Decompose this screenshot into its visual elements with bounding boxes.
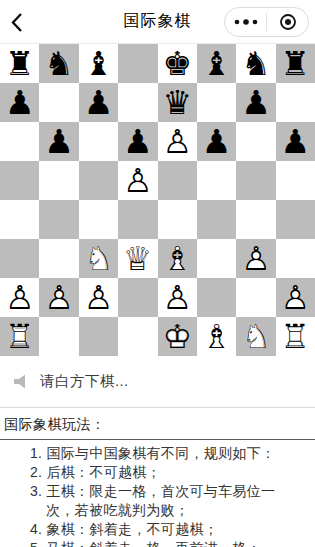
square-h1[interactable]: ♜♖	[276, 317, 315, 356]
square-a2[interactable]: ♟♙	[0, 278, 39, 317]
square-f3[interactable]	[197, 239, 236, 278]
piece-black-queen: ♛	[162, 86, 192, 119]
square-c3[interactable]: ♞♘	[79, 239, 118, 278]
ellipsis-icon	[233, 18, 259, 26]
piece-black-pawn: ♟	[44, 125, 74, 158]
piece-white-pawn: ♟♙	[162, 281, 192, 314]
piece-black-pawn: ♟	[202, 125, 232, 158]
square-f1[interactable]: ♝♗	[197, 317, 236, 356]
piece-black-pawn: ♟	[241, 86, 271, 119]
square-b7[interactable]	[39, 83, 78, 122]
square-h6[interactable]: ♟	[276, 122, 315, 161]
square-e8[interactable]: ♚	[158, 44, 197, 83]
square-c2[interactable]: ♟♙	[79, 278, 118, 317]
square-e5[interactable]	[158, 161, 197, 200]
piece-white-bishop: ♝♗	[202, 320, 232, 353]
square-b1[interactable]	[39, 317, 78, 356]
piece-black-bishop: ♝	[202, 47, 232, 80]
square-f4[interactable]	[197, 200, 236, 239]
square-d3[interactable]: ♛♕	[118, 239, 157, 278]
status-text: 请白方下棋...	[40, 372, 129, 391]
target-icon	[278, 12, 298, 32]
square-c7[interactable]: ♟	[79, 83, 118, 122]
rule-item: 1. 国际与中国象棋有不同，规则如下：	[30, 444, 297, 463]
rule-item: 2. 后棋：不可越棋；	[30, 463, 297, 482]
square-f8[interactable]: ♝	[197, 44, 236, 83]
piece-black-pawn: ♟	[84, 86, 114, 119]
square-d8[interactable]	[118, 44, 157, 83]
piece-white-pawn: ♟♙	[162, 125, 192, 158]
square-f2[interactable]	[197, 278, 236, 317]
square-c1[interactable]	[79, 317, 118, 356]
square-h3[interactable]	[276, 239, 315, 278]
wechat-capsule	[224, 7, 309, 37]
piece-white-rook: ♜♖	[5, 320, 35, 353]
square-f7[interactable]	[197, 83, 236, 122]
square-b2[interactable]: ♟♙	[39, 278, 78, 317]
piece-black-king: ♚	[162, 47, 192, 80]
exit-button[interactable]	[267, 8, 308, 36]
square-f5[interactable]	[197, 161, 236, 200]
square-d2[interactable]	[118, 278, 157, 317]
piece-white-bishop: ♝♗	[162, 242, 192, 275]
square-g1[interactable]: ♞♘	[236, 317, 275, 356]
square-d7[interactable]	[118, 83, 157, 122]
rule-item: 4. 象棋：斜着走，不可越棋；	[30, 520, 297, 539]
rule-item: 3. 王棋：限走一格，首次可与车易位一次，若被吃就判为败；	[30, 482, 297, 520]
square-a5[interactable]	[0, 161, 39, 200]
rule-item: 5. 马棋：斜着走一格，再前进一格；	[30, 539, 297, 547]
rules-heading: 国际象棋玩法：	[0, 413, 315, 440]
square-a6[interactable]	[0, 122, 39, 161]
square-a8[interactable]: ♜	[0, 44, 39, 83]
square-d4[interactable]	[118, 200, 157, 239]
square-g2[interactable]	[236, 278, 275, 317]
chess-board: ♜♞♝♚♝♞♜♟♟♛♟♟♟♟♙♟♟♟♙♞♘♛♕♝♗♟♙♟♙♟♙♟♙♟♙♟♙♜♖♚…	[0, 44, 315, 356]
square-a1[interactable]: ♜♖	[0, 317, 39, 356]
square-e7[interactable]: ♛	[158, 83, 197, 122]
rules-list: 1. 国际与中国象棋有不同，规则如下： 2. 后棋：不可越棋； 3. 王棋：限走…	[0, 440, 315, 547]
square-b4[interactable]	[39, 200, 78, 239]
piece-black-bishop: ♝	[84, 47, 114, 80]
square-c4[interactable]	[79, 200, 118, 239]
square-g5[interactable]	[236, 161, 275, 200]
square-b5[interactable]	[39, 161, 78, 200]
square-g7[interactable]: ♟	[236, 83, 275, 122]
square-e3[interactable]: ♝♗	[158, 239, 197, 278]
piece-black-rook: ♜	[281, 47, 311, 80]
square-e4[interactable]	[158, 200, 197, 239]
square-h2[interactable]: ♟♙	[276, 278, 315, 317]
square-b3[interactable]	[39, 239, 78, 278]
chevron-left-icon	[11, 12, 23, 33]
piece-white-pawn: ♟♙	[281, 281, 311, 314]
square-e6[interactable]: ♟♙	[158, 122, 197, 161]
square-c6[interactable]	[79, 122, 118, 161]
piece-white-pawn: ♟♙	[84, 281, 114, 314]
square-a7[interactable]: ♟	[0, 83, 39, 122]
back-button[interactable]	[8, 0, 42, 44]
piece-white-pawn: ♟♙	[44, 281, 74, 314]
piece-black-knight: ♞	[44, 47, 74, 80]
piece-black-rook: ♜	[5, 47, 35, 80]
piece-white-pawn: ♟♙	[241, 242, 271, 275]
square-e1[interactable]: ♚♔	[158, 317, 197, 356]
square-h4[interactable]	[276, 200, 315, 239]
piece-white-queen: ♛♕	[123, 242, 153, 275]
page-title: 国际象棋	[124, 11, 192, 32]
square-g8[interactable]: ♞	[236, 44, 275, 83]
square-d5[interactable]: ♟♙	[118, 161, 157, 200]
square-a4[interactable]	[0, 200, 39, 239]
square-b8[interactable]: ♞	[39, 44, 78, 83]
piece-white-knight: ♞♘	[84, 242, 114, 275]
piece-black-knight: ♞	[241, 47, 271, 80]
piece-white-pawn: ♟♙	[5, 281, 35, 314]
square-c5[interactable]	[79, 161, 118, 200]
square-g6[interactable]	[236, 122, 275, 161]
square-f6[interactable]: ♟	[197, 122, 236, 161]
square-h5[interactable]	[276, 161, 315, 200]
square-d1[interactable]	[118, 317, 157, 356]
square-c8[interactable]: ♝	[79, 44, 118, 83]
piece-white-knight: ♞♘	[241, 320, 271, 353]
piece-black-pawn: ♟	[5, 86, 35, 119]
top-navigation-bar: 国际象棋	[0, 0, 315, 44]
more-button[interactable]	[225, 8, 266, 36]
square-e2[interactable]: ♟♙	[158, 278, 197, 317]
piece-white-king: ♚♔	[162, 320, 192, 353]
square-h7[interactable]	[276, 83, 315, 122]
square-g4[interactable]	[236, 200, 275, 239]
speaker-icon	[13, 374, 30, 389]
piece-white-pawn: ♟♙	[123, 164, 153, 197]
square-d6[interactable]: ♟	[118, 122, 157, 161]
piece-white-rook: ♜♖	[281, 320, 311, 353]
piece-black-pawn: ♟	[281, 125, 311, 158]
square-g3[interactable]: ♟♙	[236, 239, 275, 278]
rules-section: 国际象棋玩法： 1. 国际与中国象棋有不同，规则如下： 2. 后棋：不可越棋； …	[0, 408, 315, 547]
square-h8[interactable]: ♜	[276, 44, 315, 83]
piece-black-pawn: ♟	[123, 125, 153, 158]
square-a3[interactable]	[0, 239, 39, 278]
status-bar: 请白方下棋...	[0, 356, 315, 408]
square-b6[interactable]: ♟	[39, 122, 78, 161]
